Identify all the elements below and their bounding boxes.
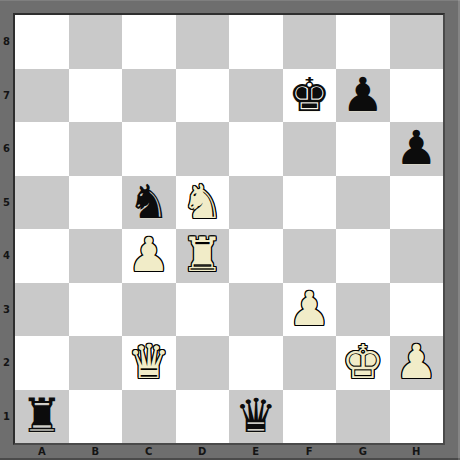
board-frame: 87654321 ♚♟♟♞♞♟♜♟♛♚♟♜♛ ABCDEFGH (0, 0, 460, 460)
square-e6[interactable] (229, 122, 283, 176)
square-g2[interactable]: ♚ (336, 336, 390, 390)
square-h6[interactable]: ♟ (390, 122, 444, 176)
square-f5[interactable] (283, 176, 337, 230)
square-b3[interactable] (69, 283, 123, 337)
square-c8[interactable] (122, 15, 176, 69)
square-a8[interactable] (15, 15, 69, 69)
square-g8[interactable] (336, 15, 390, 69)
square-h4[interactable] (390, 229, 444, 283)
square-h1[interactable] (390, 390, 444, 444)
square-a3[interactable] (15, 283, 69, 337)
square-b6[interactable] (69, 122, 123, 176)
square-c5[interactable]: ♞ (122, 176, 176, 230)
piece-white-pawn[interactable]: ♟ (288, 285, 330, 332)
rank-labels: 87654321 (0, 15, 13, 443)
square-d4[interactable]: ♜ (176, 229, 230, 283)
piece-black-pawn[interactable]: ♟ (395, 124, 437, 171)
square-g4[interactable] (336, 229, 390, 283)
file-label-e: E (229, 444, 283, 459)
square-b1[interactable] (69, 390, 123, 444)
rank-label-1: 1 (0, 390, 13, 444)
square-a2[interactable] (15, 336, 69, 390)
square-e7[interactable] (229, 69, 283, 123)
square-e2[interactable] (229, 336, 283, 390)
piece-white-pawn[interactable]: ♟ (128, 231, 170, 278)
file-label-a: A (15, 444, 69, 459)
square-g5[interactable] (336, 176, 390, 230)
square-f4[interactable] (283, 229, 337, 283)
square-f1[interactable] (283, 390, 337, 444)
square-e1[interactable]: ♛ (229, 390, 283, 444)
square-d5[interactable]: ♞ (176, 176, 230, 230)
square-b7[interactable] (69, 69, 123, 123)
rank-label-6: 6 (0, 122, 13, 176)
chess-board: ♚♟♟♞♞♟♜♟♛♚♟♜♛ (15, 15, 443, 443)
file-label-f: F (283, 444, 337, 459)
square-g1[interactable] (336, 390, 390, 444)
square-e4[interactable] (229, 229, 283, 283)
rank-label-8: 8 (0, 15, 13, 69)
square-f8[interactable] (283, 15, 337, 69)
rank-label-3: 3 (0, 283, 13, 337)
piece-black-rook[interactable]: ♜ (21, 392, 63, 439)
square-a5[interactable] (15, 176, 69, 230)
file-label-b: B (69, 444, 123, 459)
rank-label-7: 7 (0, 69, 13, 123)
square-a4[interactable] (15, 229, 69, 283)
file-label-h: H (390, 444, 444, 459)
square-h3[interactable] (390, 283, 444, 337)
square-b2[interactable] (69, 336, 123, 390)
square-g7[interactable]: ♟ (336, 69, 390, 123)
square-b8[interactable] (69, 15, 123, 69)
piece-white-queen[interactable]: ♛ (128, 338, 170, 385)
square-a1[interactable]: ♜ (15, 390, 69, 444)
square-c4[interactable]: ♟ (122, 229, 176, 283)
square-b4[interactable] (69, 229, 123, 283)
file-labels: ABCDEFGH (15, 444, 443, 459)
file-label-d: D (176, 444, 230, 459)
square-a6[interactable] (15, 122, 69, 176)
square-a7[interactable] (15, 69, 69, 123)
piece-black-queen[interactable]: ♛ (235, 392, 277, 439)
square-d2[interactable] (176, 336, 230, 390)
piece-white-rook[interactable]: ♜ (181, 231, 223, 278)
rank-label-4: 4 (0, 229, 13, 283)
square-c3[interactable] (122, 283, 176, 337)
square-g3[interactable] (336, 283, 390, 337)
square-b5[interactable] (69, 176, 123, 230)
square-f6[interactable] (283, 122, 337, 176)
square-h7[interactable] (390, 69, 444, 123)
square-h2[interactable]: ♟ (390, 336, 444, 390)
square-h8[interactable] (390, 15, 444, 69)
piece-white-pawn[interactable]: ♟ (395, 338, 437, 385)
square-f2[interactable] (283, 336, 337, 390)
square-e5[interactable] (229, 176, 283, 230)
piece-black-knight[interactable]: ♞ (128, 178, 170, 225)
square-f3[interactable]: ♟ (283, 283, 337, 337)
square-c7[interactable] (122, 69, 176, 123)
board-border: ♚♟♟♞♞♟♜♟♛♚♟♜♛ (13, 13, 445, 445)
rank-label-5: 5 (0, 176, 13, 230)
piece-white-knight[interactable]: ♞ (181, 178, 223, 225)
square-d7[interactable] (176, 69, 230, 123)
piece-black-pawn[interactable]: ♟ (342, 71, 384, 118)
rank-label-2: 2 (0, 336, 13, 390)
square-c1[interactable] (122, 390, 176, 444)
square-e3[interactable] (229, 283, 283, 337)
square-g6[interactable] (336, 122, 390, 176)
square-d3[interactable] (176, 283, 230, 337)
square-d8[interactable] (176, 15, 230, 69)
file-label-g: G (336, 444, 390, 459)
piece-white-king[interactable]: ♚ (342, 338, 384, 385)
square-d1[interactable] (176, 390, 230, 444)
square-c6[interactable] (122, 122, 176, 176)
square-c2[interactable]: ♛ (122, 336, 176, 390)
square-d6[interactable] (176, 122, 230, 176)
file-label-c: C (122, 444, 176, 459)
square-e8[interactable] (229, 15, 283, 69)
square-h5[interactable] (390, 176, 444, 230)
square-f7[interactable]: ♚ (283, 69, 337, 123)
piece-black-king[interactable]: ♚ (288, 71, 330, 118)
